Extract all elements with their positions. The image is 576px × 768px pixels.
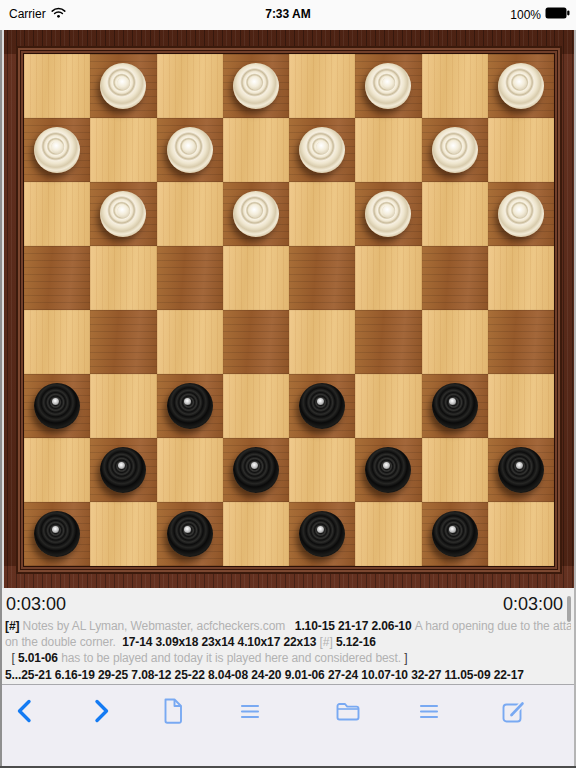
square-r5c2[interactable] bbox=[90, 310, 156, 374]
square-r7c2[interactable] bbox=[90, 438, 156, 502]
scrollbar-thumb[interactable] bbox=[567, 596, 571, 622]
square-r7c5[interactable] bbox=[289, 438, 355, 502]
black-piece[interactable] bbox=[365, 447, 411, 493]
bottom-toolbar bbox=[0, 684, 576, 768]
square-r7c1[interactable] bbox=[24, 438, 90, 502]
folder-icon[interactable] bbox=[334, 697, 362, 725]
square-r2c4[interactable] bbox=[223, 118, 289, 182]
notes-text: [#] Notes by AL Lyman, Webmaster, acfche… bbox=[0, 616, 576, 683]
square-r7c7[interactable] bbox=[422, 438, 488, 502]
black-piece[interactable] bbox=[498, 447, 544, 493]
square-r8c1[interactable] bbox=[24, 502, 90, 566]
square-r4c2[interactable] bbox=[90, 246, 156, 310]
square-r6c1[interactable] bbox=[24, 374, 90, 438]
forward-chevron-icon[interactable] bbox=[88, 697, 116, 725]
document-icon[interactable] bbox=[159, 697, 187, 725]
square-r1c2[interactable] bbox=[90, 54, 156, 118]
note-segment-move: 5.12-16 bbox=[336, 635, 376, 649]
note-segment-move: [#] bbox=[5, 619, 19, 633]
square-r6c5[interactable] bbox=[289, 374, 355, 438]
square-r4c7[interactable] bbox=[422, 246, 488, 310]
black-piece[interactable] bbox=[167, 511, 213, 557]
note-segment-comment: [#] bbox=[320, 635, 336, 649]
black-piece[interactable] bbox=[432, 511, 478, 557]
battery-percent: 100% bbox=[510, 8, 541, 22]
black-piece[interactable] bbox=[299, 511, 345, 557]
square-r5c7[interactable] bbox=[422, 310, 488, 374]
battery-icon bbox=[545, 7, 570, 22]
board-area bbox=[0, 30, 576, 588]
clock-row: 0:03:00 0:03:00 bbox=[0, 588, 576, 616]
square-r5c3[interactable] bbox=[157, 310, 223, 374]
square-r2c8[interactable] bbox=[488, 118, 554, 182]
square-r2c5[interactable] bbox=[289, 118, 355, 182]
note-segment-bracket: [ bbox=[5, 651, 18, 665]
square-r8c4[interactable] bbox=[223, 502, 289, 566]
square-r5c5[interactable] bbox=[289, 310, 355, 374]
black-piece[interactable] bbox=[167, 383, 213, 429]
square-r2c1[interactable] bbox=[24, 118, 90, 182]
move-list-icon[interactable] bbox=[236, 697, 264, 725]
square-r7c8[interactable] bbox=[488, 438, 554, 502]
note-segment-move: 5.01-06 bbox=[18, 651, 61, 665]
black-piece[interactable] bbox=[299, 383, 345, 429]
white-piece[interactable] bbox=[498, 63, 544, 109]
black-piece[interactable] bbox=[34, 383, 80, 429]
square-r8c7[interactable] bbox=[422, 502, 488, 566]
black-piece[interactable] bbox=[233, 447, 279, 493]
board-frame bbox=[4, 30, 574, 588]
square-r3c1[interactable] bbox=[24, 182, 90, 246]
square-r8c5[interactable] bbox=[289, 502, 355, 566]
black-piece[interactable] bbox=[100, 447, 146, 493]
note-segment-comment: A hard opening due to the attack bbox=[415, 619, 571, 633]
square-r3c4[interactable] bbox=[223, 182, 289, 246]
square-r7c6[interactable] bbox=[355, 438, 421, 502]
black-piece[interactable] bbox=[432, 383, 478, 429]
white-piece[interactable] bbox=[299, 127, 345, 173]
square-r5c6[interactable] bbox=[355, 310, 421, 374]
square-r4c3[interactable] bbox=[157, 246, 223, 310]
square-r1c4[interactable] bbox=[223, 54, 289, 118]
white-piece[interactable] bbox=[167, 127, 213, 173]
square-r2c7[interactable] bbox=[422, 118, 488, 182]
square-r8c2[interactable] bbox=[90, 502, 156, 566]
square-r5c1[interactable] bbox=[24, 310, 90, 374]
square-r3c3[interactable] bbox=[157, 182, 223, 246]
square-r3c6[interactable] bbox=[355, 182, 421, 246]
left-clock: 0:03:00 bbox=[6, 594, 66, 615]
compose-icon[interactable] bbox=[500, 697, 528, 725]
note-segment-move: 1.10-15 21-17 2.06-10 bbox=[295, 619, 415, 633]
square-r4c6[interactable] bbox=[355, 246, 421, 310]
square-r5c4[interactable] bbox=[223, 310, 289, 374]
game-info-panel[interactable]: 0:03:00 0:03:00 [#] Notes by AL Lyman, W… bbox=[0, 588, 576, 684]
square-r4c5[interactable] bbox=[289, 246, 355, 310]
square-r6c8[interactable] bbox=[488, 374, 554, 438]
note-segment-move: 5...25-21 6.16-19 29-25 7.08-12 25-22 8.… bbox=[5, 668, 524, 682]
back-chevron-icon[interactable] bbox=[10, 697, 38, 725]
status-bar: Carrier 7:33 AM 100% bbox=[0, 0, 576, 30]
square-r7c3[interactable] bbox=[157, 438, 223, 502]
square-r6c2[interactable] bbox=[90, 374, 156, 438]
square-r2c3[interactable] bbox=[157, 118, 223, 182]
square-r6c7[interactable] bbox=[422, 374, 488, 438]
white-piece[interactable] bbox=[233, 63, 279, 109]
white-piece[interactable] bbox=[100, 63, 146, 109]
square-r8c8[interactable] bbox=[488, 502, 554, 566]
square-r4c4[interactable] bbox=[223, 246, 289, 310]
square-r6c6[interactable] bbox=[355, 374, 421, 438]
square-r2c6[interactable] bbox=[355, 118, 421, 182]
note-line: on the double corner. 17-14 3.09x18 23x1… bbox=[5, 634, 571, 650]
square-r3c5[interactable] bbox=[289, 182, 355, 246]
white-piece[interactable] bbox=[34, 127, 80, 173]
square-r2c2[interactable] bbox=[90, 118, 156, 182]
square-r8c6[interactable] bbox=[355, 502, 421, 566]
square-r6c3[interactable] bbox=[157, 374, 223, 438]
square-r1c8[interactable] bbox=[488, 54, 554, 118]
square-r5c8[interactable] bbox=[488, 310, 554, 374]
white-piece[interactable] bbox=[100, 191, 146, 237]
screen-edge-left bbox=[0, 30, 2, 768]
right-clock: 0:03:00 bbox=[503, 594, 563, 615]
square-r1c5[interactable] bbox=[289, 54, 355, 118]
game-list-icon[interactable] bbox=[415, 697, 443, 725]
black-piece[interactable] bbox=[34, 511, 80, 557]
note-segment-bracket: ] bbox=[404, 651, 407, 665]
square-r4c8[interactable] bbox=[488, 246, 554, 310]
board-grid[interactable] bbox=[24, 54, 554, 566]
square-r1c7[interactable] bbox=[422, 54, 488, 118]
white-piece[interactable] bbox=[365, 63, 411, 109]
white-piece[interactable] bbox=[432, 127, 478, 173]
square-r4c1[interactable] bbox=[24, 246, 90, 310]
note-line: 5...25-21 6.16-19 29-25 7.08-12 25-22 8.… bbox=[5, 667, 571, 683]
square-r1c1[interactable] bbox=[24, 54, 90, 118]
square-r6c4[interactable] bbox=[223, 374, 289, 438]
square-r3c7[interactable] bbox=[422, 182, 488, 246]
note-segment-move: 17-14 3.09x18 23x14 4.10x17 22x13 bbox=[122, 635, 319, 649]
note-segment-comment: Notes by AL Lyman, Webmaster, acfchecker… bbox=[19, 619, 294, 633]
white-piece[interactable] bbox=[233, 191, 279, 237]
square-r3c8[interactable] bbox=[488, 182, 554, 246]
note-line: [#] Notes by AL Lyman, Webmaster, acfche… bbox=[5, 618, 571, 634]
note-line: [ 5.01-06 has to be played and today it … bbox=[5, 650, 571, 666]
note-segment-comment: on the double corner. bbox=[5, 635, 122, 649]
square-r1c6[interactable] bbox=[355, 54, 421, 118]
note-segment-comment: has to be played and today it is played … bbox=[61, 651, 404, 665]
status-time: 7:33 AM bbox=[0, 7, 576, 21]
square-r7c4[interactable] bbox=[223, 438, 289, 502]
white-piece[interactable] bbox=[365, 191, 411, 237]
square-r3c2[interactable] bbox=[90, 182, 156, 246]
white-piece[interactable] bbox=[498, 191, 544, 237]
square-r8c3[interactable] bbox=[157, 502, 223, 566]
square-r1c3[interactable] bbox=[157, 54, 223, 118]
